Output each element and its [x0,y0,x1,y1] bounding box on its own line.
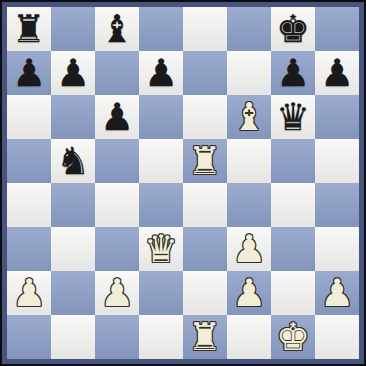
square-d8[interactable] [139,7,183,51]
square-f2[interactable]: ♟ [227,271,271,315]
square-e8[interactable] [183,7,227,51]
piece-white-pawn[interactable]: ♟ [232,271,266,315]
piece-white-pawn[interactable]: ♟ [100,271,134,315]
square-h3[interactable] [315,227,359,271]
piece-black-pawn[interactable]: ♟ [100,95,134,139]
square-e6[interactable] [183,95,227,139]
square-c3[interactable] [95,227,139,271]
piece-black-pawn[interactable]: ♟ [276,51,310,95]
square-b7[interactable]: ♟ [51,51,95,95]
square-a8[interactable]: ♜ [7,7,51,51]
square-g5[interactable] [271,139,315,183]
square-e3[interactable] [183,227,227,271]
piece-black-pawn[interactable]: ♟ [12,51,46,95]
square-d3[interactable]: ♛ [139,227,183,271]
square-g1[interactable]: ♚ [271,315,315,359]
square-c1[interactable] [95,315,139,359]
square-d5[interactable] [139,139,183,183]
square-b8[interactable] [51,7,95,51]
piece-white-rook[interactable]: ♜ [188,139,222,183]
square-b1[interactable] [51,315,95,359]
square-d6[interactable] [139,95,183,139]
square-h8[interactable] [315,7,359,51]
square-h5[interactable] [315,139,359,183]
square-d2[interactable] [139,271,183,315]
square-g3[interactable] [271,227,315,271]
piece-black-bishop[interactable]: ♝ [100,7,134,51]
piece-black-king[interactable]: ♚ [276,7,310,51]
square-f1[interactable] [227,315,271,359]
square-b3[interactable] [51,227,95,271]
piece-white-rook[interactable]: ♜ [188,315,222,359]
square-c7[interactable] [95,51,139,95]
square-b5[interactable]: ♞ [51,139,95,183]
square-g6[interactable]: ♛ [271,95,315,139]
square-b2[interactable] [51,271,95,315]
square-e2[interactable] [183,271,227,315]
square-e1[interactable]: ♜ [183,315,227,359]
piece-white-king[interactable]: ♚ [276,315,310,359]
square-a2[interactable]: ♟ [7,271,51,315]
square-d4[interactable] [139,183,183,227]
piece-white-pawn[interactable]: ♟ [232,227,266,271]
square-g7[interactable]: ♟ [271,51,315,95]
piece-white-pawn[interactable]: ♟ [12,271,46,315]
square-b6[interactable] [51,95,95,139]
square-d1[interactable] [139,315,183,359]
piece-white-bishop[interactable]: ♝ [232,95,266,139]
square-f7[interactable] [227,51,271,95]
piece-white-queen[interactable]: ♛ [144,227,178,271]
square-h2[interactable]: ♟ [315,271,359,315]
square-a1[interactable] [7,315,51,359]
square-a6[interactable] [7,95,51,139]
square-d7[interactable]: ♟ [139,51,183,95]
piece-black-rook[interactable]: ♜ [12,7,46,51]
chess-board: ♜♝♚♟♟♟♟♟♟♝♛♞♜♛♟♟♟♟♟♜♚ [7,7,359,359]
square-a3[interactable] [7,227,51,271]
square-g8[interactable]: ♚ [271,7,315,51]
piece-black-pawn[interactable]: ♟ [56,51,90,95]
square-h6[interactable] [315,95,359,139]
square-f3[interactable]: ♟ [227,227,271,271]
square-f4[interactable] [227,183,271,227]
square-a4[interactable] [7,183,51,227]
square-f8[interactable] [227,7,271,51]
square-h7[interactable]: ♟ [315,51,359,95]
square-g2[interactable] [271,271,315,315]
square-c8[interactable]: ♝ [95,7,139,51]
piece-black-queen[interactable]: ♛ [276,95,310,139]
square-e7[interactable] [183,51,227,95]
piece-black-pawn[interactable]: ♟ [320,51,354,95]
square-c4[interactable] [95,183,139,227]
chess-board-frame: ♜♝♚♟♟♟♟♟♟♝♛♞♜♛♟♟♟♟♟♜♚ [0,0,366,366]
piece-black-pawn[interactable]: ♟ [144,51,178,95]
square-b4[interactable] [51,183,95,227]
square-f5[interactable] [227,139,271,183]
square-c6[interactable]: ♟ [95,95,139,139]
square-f6[interactable]: ♝ [227,95,271,139]
square-c5[interactable] [95,139,139,183]
square-h4[interactable] [315,183,359,227]
square-a5[interactable] [7,139,51,183]
piece-white-pawn[interactable]: ♟ [320,271,354,315]
piece-black-knight[interactable]: ♞ [56,139,90,183]
square-e4[interactable] [183,183,227,227]
square-e5[interactable]: ♜ [183,139,227,183]
square-a7[interactable]: ♟ [7,51,51,95]
square-g4[interactable] [271,183,315,227]
square-h1[interactable] [315,315,359,359]
square-c2[interactable]: ♟ [95,271,139,315]
